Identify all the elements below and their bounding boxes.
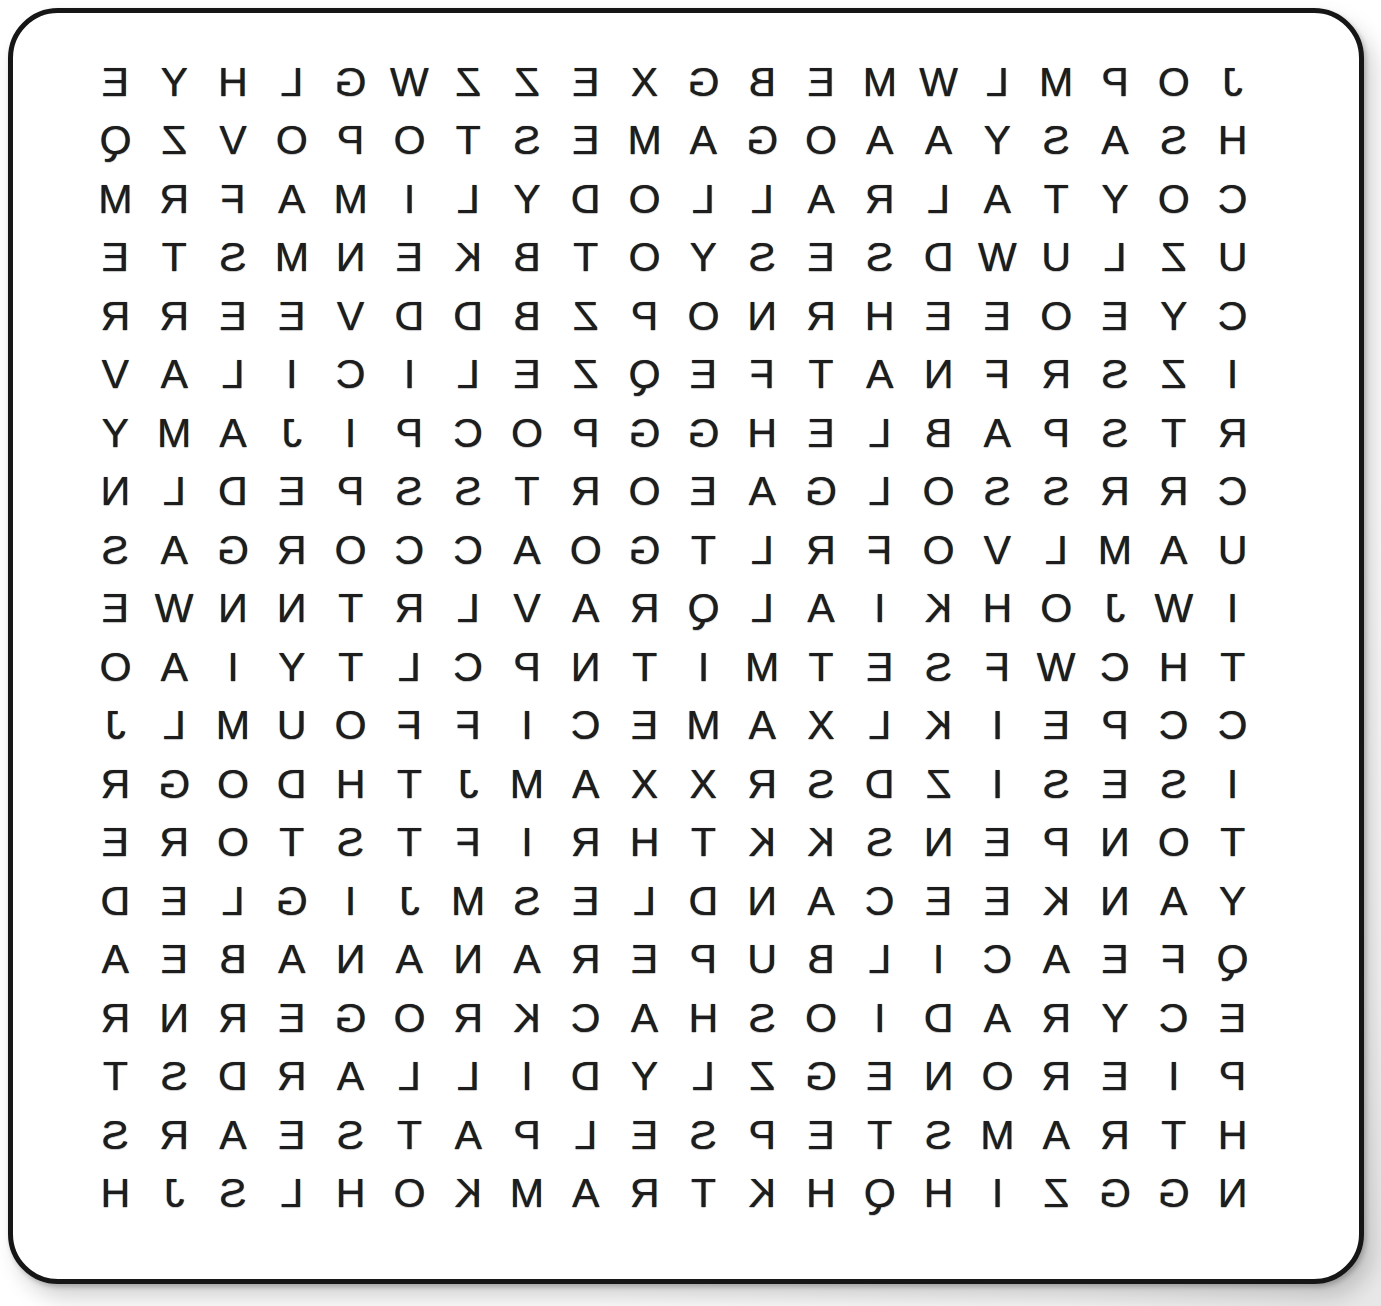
grid-cell: O xyxy=(968,1048,1027,1107)
grid-cell: A xyxy=(792,872,851,931)
grid-cell: S xyxy=(1086,346,1145,405)
grid-cell: P xyxy=(1027,404,1086,463)
grid-cell: C xyxy=(968,931,1027,990)
grid-cell: I xyxy=(204,638,263,697)
grid-cell: S xyxy=(968,463,1027,522)
grid-cell: Y xyxy=(968,112,1027,171)
grid-cell: L xyxy=(262,53,321,112)
grid-cell: R xyxy=(615,1165,674,1224)
grid-cell: V xyxy=(321,287,380,346)
grid-cell: R xyxy=(145,814,204,873)
grid-cell: Q xyxy=(674,580,733,639)
grid-cell: K xyxy=(1027,872,1086,931)
grid-cell: R xyxy=(380,580,439,639)
grid-cell: A xyxy=(262,931,321,990)
grid-cell: M xyxy=(968,1106,1027,1165)
grid-cell: A xyxy=(968,989,1027,1048)
grid-cell: E xyxy=(968,287,1027,346)
grid-cell: O xyxy=(86,638,145,697)
grid-cell: B xyxy=(733,53,792,112)
grid-cell: I xyxy=(380,170,439,229)
grid-cell: A xyxy=(498,931,557,990)
grid-cell: L xyxy=(145,697,204,756)
grid-cell: E xyxy=(674,463,733,522)
grid-cell: E xyxy=(1086,287,1145,346)
grid-cell: T xyxy=(792,346,851,405)
grid-cell: B xyxy=(792,931,851,990)
grid-cell: S xyxy=(439,463,498,522)
grid-cell: Q xyxy=(86,112,145,171)
grid-cell: E xyxy=(792,53,851,112)
grid-cell: M xyxy=(850,53,909,112)
grid-cell: B xyxy=(204,931,263,990)
grid-cell: A xyxy=(792,580,851,639)
grid-cell: O xyxy=(556,521,615,580)
grid-cell: A xyxy=(498,521,557,580)
grid-cell: E xyxy=(968,814,1027,873)
grid-cell: S xyxy=(498,112,557,171)
grid-cell: H xyxy=(674,989,733,1048)
grid-cell: L xyxy=(850,697,909,756)
grid-cell: A xyxy=(850,112,909,171)
grid-cell: E xyxy=(615,1106,674,1165)
grid-cell: F xyxy=(439,697,498,756)
grid-cell: J xyxy=(439,755,498,814)
grid-cell: L xyxy=(968,53,1027,112)
grid-cell: Z xyxy=(145,112,204,171)
grid-cell: S xyxy=(1144,112,1203,171)
grid-cell: A xyxy=(380,931,439,990)
grid-cell: R xyxy=(204,989,263,1048)
grid-cell: H xyxy=(615,814,674,873)
grid-cell: E xyxy=(86,53,145,112)
grid-cell: S xyxy=(733,989,792,1048)
grid-cell: P xyxy=(321,463,380,522)
grid-cell: I xyxy=(498,814,557,873)
grid-cell: L xyxy=(909,170,968,229)
grid-cell: M xyxy=(615,112,674,171)
grid-cell: T xyxy=(321,580,380,639)
grid-cell: W xyxy=(968,229,1027,288)
grid-cell: I xyxy=(850,580,909,639)
grid-cell: Z xyxy=(498,53,557,112)
grid-cell: A xyxy=(321,1048,380,1107)
grid-cell: A xyxy=(615,989,674,1048)
grid-cell: G xyxy=(674,53,733,112)
grid-cell: A xyxy=(909,112,968,171)
grid-cell: L xyxy=(380,638,439,697)
grid-cell: O xyxy=(792,112,851,171)
grid-cell: H xyxy=(204,53,263,112)
grid-cell: A xyxy=(792,170,851,229)
grid-cell: D xyxy=(86,872,145,931)
grid-cell: R xyxy=(86,287,145,346)
grid-cell: M xyxy=(498,1165,557,1224)
grid-cell: S xyxy=(1086,404,1145,463)
grid-cell: W xyxy=(1027,638,1086,697)
grid-cell: H xyxy=(321,755,380,814)
grid-cell: S xyxy=(380,463,439,522)
grid-cell: G xyxy=(733,112,792,171)
grid-cell: T xyxy=(1144,404,1203,463)
grid-cell: A xyxy=(1027,931,1086,990)
grid-cell: L xyxy=(733,521,792,580)
grid-cell: N xyxy=(204,580,263,639)
grid-cell: G xyxy=(1144,1165,1203,1224)
grid-cell: C xyxy=(321,346,380,405)
grid-cell: H xyxy=(1144,638,1203,697)
grid-cell: T xyxy=(1027,170,1086,229)
grid-cell: H xyxy=(1203,112,1262,171)
grid-cell: S xyxy=(850,229,909,288)
grid-cell: T xyxy=(321,638,380,697)
grid-cell: G xyxy=(321,989,380,1048)
grid-cell: S xyxy=(733,229,792,288)
grid-cell: H xyxy=(733,404,792,463)
grid-cell: O xyxy=(615,229,674,288)
grid-cell: F xyxy=(968,638,1027,697)
grid-cell: O xyxy=(498,404,557,463)
grid-cell: M xyxy=(674,697,733,756)
grid-cell: E xyxy=(850,1048,909,1107)
grid-cell: R xyxy=(1027,1048,1086,1107)
grid-cell: Q xyxy=(850,1165,909,1224)
grid-cell: Z xyxy=(1027,1165,1086,1224)
grid-cell: K xyxy=(439,229,498,288)
grid-cell: D xyxy=(850,755,909,814)
grid-cell: D xyxy=(909,989,968,1048)
grid-cell: P xyxy=(498,638,557,697)
grid-cell: E xyxy=(204,287,263,346)
grid-cell: E xyxy=(850,638,909,697)
grid-cell: T xyxy=(792,638,851,697)
grid-cell: Y xyxy=(262,638,321,697)
grid-cell: M xyxy=(1027,53,1086,112)
grid-cell: N xyxy=(439,931,498,990)
grid-cell: V xyxy=(498,580,557,639)
grid-cell: Y xyxy=(1203,872,1262,931)
grid-cell: T xyxy=(498,463,557,522)
grid-cell: S xyxy=(498,872,557,931)
grid-cell: E xyxy=(674,346,733,405)
grid-cell: D xyxy=(556,1048,615,1107)
grid-cell: F xyxy=(733,346,792,405)
grid-cell: E xyxy=(86,229,145,288)
grid-cell: T xyxy=(1203,814,1262,873)
grid-cell: M xyxy=(439,872,498,931)
grid-cell: T xyxy=(674,1165,733,1224)
grid-cell: O xyxy=(380,112,439,171)
grid-cell: R xyxy=(556,463,615,522)
grid-cell: N xyxy=(262,580,321,639)
grid-cell: O xyxy=(674,287,733,346)
grid-cell: B xyxy=(498,287,557,346)
grid-cell: N xyxy=(1086,814,1145,873)
grid-cell: L xyxy=(556,1106,615,1165)
grid-cell: F xyxy=(204,170,263,229)
grid-cell: A xyxy=(145,346,204,405)
grid-cell: Z xyxy=(733,1048,792,1107)
grid-cell: B xyxy=(498,229,557,288)
grid-cell: C xyxy=(1203,463,1262,522)
grid-cell: A xyxy=(850,346,909,405)
grid-cell: Y xyxy=(145,53,204,112)
grid-cell: D xyxy=(439,287,498,346)
grid-cell: K xyxy=(733,814,792,873)
grid-cell: G xyxy=(262,872,321,931)
grid-cell: E xyxy=(909,872,968,931)
grid-cell: A xyxy=(556,1165,615,1224)
grid-cell: A xyxy=(733,463,792,522)
grid-cell: E xyxy=(1203,989,1262,1048)
grid-cell: M xyxy=(498,755,557,814)
grid-cell: Y xyxy=(674,229,733,288)
grid-cell: L xyxy=(439,1048,498,1107)
grid-cell: A xyxy=(145,638,204,697)
grid-cell: O xyxy=(262,112,321,171)
grid-cell: E xyxy=(556,872,615,931)
grid-cell: M xyxy=(262,229,321,288)
grid-cell: A xyxy=(204,404,263,463)
grid-cell: O xyxy=(909,463,968,522)
grid-cell: E xyxy=(1086,1048,1145,1107)
grid-cell: I xyxy=(674,638,733,697)
grid-cell: R xyxy=(1144,463,1203,522)
grid-cell: C xyxy=(439,638,498,697)
grid-cell: D xyxy=(262,755,321,814)
grid-cell: N xyxy=(733,872,792,931)
grid-cell: E xyxy=(792,1106,851,1165)
grid-cell: P xyxy=(1086,697,1145,756)
grid-cell: E xyxy=(615,697,674,756)
grid-cell: S xyxy=(1027,112,1086,171)
grid-cell: T xyxy=(1203,638,1262,697)
grid-cell: C xyxy=(556,697,615,756)
grid-cell: I xyxy=(1203,346,1262,405)
grid-cell: T xyxy=(674,521,733,580)
grid-cell: T xyxy=(380,814,439,873)
grid-cell: G xyxy=(615,521,674,580)
grid-cell: L xyxy=(262,1165,321,1224)
grid-cell: M xyxy=(1086,521,1145,580)
grid-cell: N xyxy=(321,931,380,990)
grid-cell: I xyxy=(380,346,439,405)
grid-cell: A xyxy=(145,521,204,580)
grid-cell: W xyxy=(909,53,968,112)
grid-cell: J xyxy=(262,404,321,463)
grid-cell: G xyxy=(204,521,263,580)
grid-cell: C xyxy=(1144,697,1203,756)
grid-cell: P xyxy=(321,112,380,171)
grid-cell: R xyxy=(733,755,792,814)
grid-cell: R xyxy=(1027,346,1086,405)
grid-cell: Q xyxy=(1203,931,1262,990)
grid-cell: O xyxy=(380,989,439,1048)
grid-cell: S xyxy=(86,1106,145,1165)
grid-cell: E xyxy=(1027,697,1086,756)
grid-cell: L xyxy=(439,346,498,405)
grid-cell: S xyxy=(204,229,263,288)
grid-cell: U xyxy=(1203,521,1262,580)
grid-cell: A xyxy=(86,931,145,990)
grid-cell: W xyxy=(1144,580,1203,639)
grid-cell: O xyxy=(1027,287,1086,346)
grid-cell: M xyxy=(733,638,792,697)
grid-cell: T xyxy=(380,755,439,814)
grid-cell: R xyxy=(145,170,204,229)
grid-cell: A xyxy=(968,170,1027,229)
grid-cell: L xyxy=(674,170,733,229)
grid-cell: U xyxy=(262,697,321,756)
grid-cell: E xyxy=(86,814,145,873)
grid-cell: Y xyxy=(1086,170,1145,229)
grid-cell: Z xyxy=(1144,346,1203,405)
grid-cell: C xyxy=(850,872,909,931)
grid-cell: E xyxy=(1086,931,1145,990)
grid-cell: E xyxy=(556,53,615,112)
grid-cell: C xyxy=(1203,287,1262,346)
grid-cell: R xyxy=(615,580,674,639)
grid-cell: R xyxy=(86,755,145,814)
grid-cell: C xyxy=(380,521,439,580)
grid-cell: E xyxy=(145,931,204,990)
grid-cell: R xyxy=(1027,989,1086,1048)
grid-cell: V xyxy=(968,521,1027,580)
grid-cell: O xyxy=(321,697,380,756)
grid-cell: R xyxy=(262,521,321,580)
grid-cell: V xyxy=(204,112,263,171)
grid-cell: H xyxy=(909,1165,968,1224)
grid-cell: A xyxy=(262,170,321,229)
grid-cell: H xyxy=(968,580,1027,639)
grid-cell: Y xyxy=(615,1048,674,1107)
grid-cell: P xyxy=(1203,1048,1262,1107)
grid-cell: P xyxy=(615,287,674,346)
grid-cell: N xyxy=(145,989,204,1048)
grid-cell: P xyxy=(498,1106,557,1165)
grid-cell: R xyxy=(86,989,145,1048)
grid-cell: L xyxy=(850,404,909,463)
grid-cell: L xyxy=(204,872,263,931)
grid-cell: Q xyxy=(615,346,674,405)
grid-cell: F xyxy=(850,521,909,580)
grid-cell: P xyxy=(380,404,439,463)
grid-cell: R xyxy=(1086,1106,1145,1165)
grid-cell: A xyxy=(556,755,615,814)
puzzle-card: JOPMLWMEBGXEZZWGLHYEHSASYAAOGAMESTOPOVZQ… xyxy=(8,8,1364,1284)
grid-cell: L xyxy=(1027,521,1086,580)
grid-cell: H xyxy=(1203,1106,1262,1165)
grid-cell: X xyxy=(674,755,733,814)
grid-cell: L xyxy=(439,580,498,639)
grid-cell: H xyxy=(86,1165,145,1224)
grid-cell: L xyxy=(733,170,792,229)
grid-cell: S xyxy=(204,1165,263,1224)
grid-cell: N xyxy=(556,638,615,697)
grid-cell: G xyxy=(145,755,204,814)
grid-cell: Z xyxy=(556,346,615,405)
grid-cell: G xyxy=(1086,1165,1145,1224)
grid-cell: W xyxy=(145,580,204,639)
grid-cell: R xyxy=(145,287,204,346)
grid-cell: D xyxy=(674,872,733,931)
grid-cell: E xyxy=(262,1106,321,1165)
grid-cell: L xyxy=(733,580,792,639)
grid-cell: E xyxy=(262,287,321,346)
grid-cell: Y xyxy=(498,170,557,229)
grid-cell: T xyxy=(145,229,204,288)
grid-cell: L xyxy=(615,872,674,931)
grid-cell: Y xyxy=(86,404,145,463)
grid-cell: T xyxy=(850,1106,909,1165)
grid-cell: A xyxy=(733,697,792,756)
grid-cell: T xyxy=(86,1048,145,1107)
grid-cell: T xyxy=(615,638,674,697)
grid-cell: C xyxy=(1203,170,1262,229)
grid-cell: S xyxy=(1027,463,1086,522)
grid-cell: F xyxy=(1144,931,1203,990)
grid-cell: N xyxy=(1086,872,1145,931)
grid-cell: C xyxy=(1086,638,1145,697)
grid-cell: D xyxy=(909,229,968,288)
grid-cell: K xyxy=(909,580,968,639)
grid-cell: G xyxy=(674,404,733,463)
grid-cell: G xyxy=(792,1048,851,1107)
grid-cell: J xyxy=(145,1165,204,1224)
grid-cell: J xyxy=(380,872,439,931)
grid-cell: L xyxy=(850,931,909,990)
grid-cell: U xyxy=(1203,229,1262,288)
grid-cell: G xyxy=(615,404,674,463)
grid-cell: I xyxy=(968,697,1027,756)
grid-cell: I xyxy=(1203,580,1262,639)
grid-cell: A xyxy=(204,1106,263,1165)
grid-cell: I xyxy=(498,697,557,756)
grid-cell: J xyxy=(86,697,145,756)
grid-cell: C xyxy=(439,521,498,580)
grid-cell: T xyxy=(556,229,615,288)
grid-cell: C xyxy=(439,404,498,463)
grid-cell: S xyxy=(1144,755,1203,814)
grid-cell: I xyxy=(968,1165,1027,1224)
grid-cell: L xyxy=(439,170,498,229)
grid-cell: T xyxy=(262,814,321,873)
grid-cell: I xyxy=(262,346,321,405)
grid-cell: Y xyxy=(1144,287,1203,346)
grid-cell: O xyxy=(1144,170,1203,229)
grid-cell: E xyxy=(145,872,204,931)
grid-cell: N xyxy=(909,814,968,873)
grid-cell: R xyxy=(850,170,909,229)
grid-cell: A xyxy=(968,404,1027,463)
grid-cell: C xyxy=(556,989,615,1048)
grid-cell: S xyxy=(792,755,851,814)
grid-cell: K xyxy=(792,814,851,873)
grid-cell: J xyxy=(1086,580,1145,639)
grid-cell: D xyxy=(556,170,615,229)
grid-cell: T xyxy=(1144,1106,1203,1165)
grid-cell: H xyxy=(850,287,909,346)
grid-cell: X xyxy=(615,53,674,112)
grid-cell: P xyxy=(556,404,615,463)
grid-cell: X xyxy=(615,755,674,814)
grid-cell: J xyxy=(1203,53,1262,112)
grid-cell: M xyxy=(204,697,263,756)
grid-cell: I xyxy=(850,989,909,1048)
grid-cell: I xyxy=(1144,1048,1203,1107)
grid-cell: S xyxy=(909,638,968,697)
grid-cell: O xyxy=(204,814,263,873)
